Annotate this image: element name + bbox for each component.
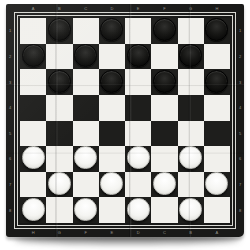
square-c6[interactable]: ⛀	[73, 146, 99, 172]
coordinate-label: F	[73, 230, 99, 235]
coordinate-label: C	[73, 6, 99, 11]
square-b8[interactable]	[46, 197, 72, 223]
square-b7[interactable]: ⛀	[46, 172, 72, 198]
white-checker[interactable]: ⛀	[74, 146, 97, 169]
square-h3[interactable]: ⛂	[204, 69, 230, 95]
square-f7[interactable]: ⛀	[151, 172, 177, 198]
square-c3[interactable]	[73, 69, 99, 95]
coordinate-label: 4	[7, 95, 13, 121]
black-checker[interactable]: ⛂	[153, 70, 176, 93]
square-c2[interactable]: ⛂	[73, 44, 99, 70]
black-checker[interactable]: ⛂	[153, 18, 176, 41]
square-a8[interactable]: ⛀	[20, 197, 46, 223]
square-g1[interactable]	[178, 18, 204, 44]
square-h2[interactable]	[204, 44, 230, 70]
coordinate-label: 8	[237, 197, 243, 223]
square-b6[interactable]	[46, 146, 72, 172]
coordinate-label: D	[99, 6, 125, 11]
board-grid: ⛂⛂⛂⛂⛂⛂⛂⛂⛂⛂⛂⛂⛀⛀⛀⛀⛀⛀⛀⛀⛀⛀⛀⛀	[20, 18, 230, 223]
square-f5[interactable]	[151, 121, 177, 147]
white-checker[interactable]: ⛀	[153, 172, 176, 195]
coordinate-label: 5	[237, 121, 243, 147]
square-f8[interactable]	[151, 197, 177, 223]
coordinate-label: A	[20, 6, 46, 11]
square-d7[interactable]: ⛀	[99, 172, 125, 198]
square-f1[interactable]: ⛂	[151, 18, 177, 44]
coordinate-label: 1	[7, 18, 13, 44]
white-checker[interactable]: ⛀	[22, 198, 45, 221]
square-f3[interactable]: ⛂	[151, 69, 177, 95]
white-checker[interactable]: ⛀	[22, 146, 45, 169]
square-g6[interactable]: ⛀	[178, 146, 204, 172]
square-h5[interactable]	[204, 121, 230, 147]
black-checker[interactable]: ⛂	[100, 70, 123, 93]
square-g5[interactable]	[178, 121, 204, 147]
coordinate-label: E	[99, 230, 125, 235]
square-d8[interactable]	[99, 197, 125, 223]
square-d5[interactable]	[99, 121, 125, 147]
square-b2[interactable]	[46, 44, 72, 70]
coordinate-label: E	[125, 6, 151, 11]
rank-labels-left: 12345678	[7, 18, 13, 223]
black-checker[interactable]: ⛂	[205, 70, 228, 93]
square-a7[interactable]	[20, 172, 46, 198]
square-f6[interactable]	[151, 146, 177, 172]
file-labels-top: ABCDEFGH	[20, 6, 230, 11]
square-e7[interactable]	[125, 172, 151, 198]
black-checker[interactable]: ⛂	[179, 44, 202, 67]
black-checker[interactable]: ⛂	[205, 18, 228, 41]
square-h7[interactable]: ⛀	[204, 172, 230, 198]
square-d3[interactable]: ⛂	[99, 69, 125, 95]
coordinate-label: 6	[237, 146, 243, 172]
square-a4[interactable]	[20, 95, 46, 121]
square-e3[interactable]	[125, 69, 151, 95]
square-h8[interactable]	[204, 197, 230, 223]
black-checker[interactable]: ⛂	[48, 70, 71, 93]
square-g8[interactable]: ⛀	[178, 197, 204, 223]
square-e5[interactable]	[125, 121, 151, 147]
file-labels-bottom: HGFEDCBA	[20, 230, 230, 235]
checkers-mat: ABCDEFGH HGFEDCBA 12345678 12345678 ⛂⛂⛂⛂…	[6, 4, 244, 237]
square-e4[interactable]	[125, 95, 151, 121]
coordinate-label: G	[178, 6, 204, 11]
coordinate-label: 7	[237, 172, 243, 198]
square-e1[interactable]	[125, 18, 151, 44]
square-h6[interactable]	[204, 146, 230, 172]
coordinate-label: G	[46, 230, 72, 235]
white-checker[interactable]: ⛀	[74, 198, 97, 221]
white-checker[interactable]: ⛀	[127, 198, 150, 221]
square-c1[interactable]	[73, 18, 99, 44]
rank-labels-right: 12345678	[237, 18, 243, 223]
square-d2[interactable]	[99, 44, 125, 70]
product-photo: ABCDEFGH HGFEDCBA 12345678 12345678 ⛂⛂⛂⛂…	[0, 0, 250, 250]
square-c5[interactable]	[73, 121, 99, 147]
coordinate-label: 7	[7, 172, 13, 198]
coordinate-label: 3	[237, 69, 243, 95]
coordinate-label: B	[46, 6, 72, 11]
square-h1[interactable]: ⛂	[204, 18, 230, 44]
square-a3[interactable]	[20, 69, 46, 95]
square-a2[interactable]: ⛂	[20, 44, 46, 70]
square-g3[interactable]	[178, 69, 204, 95]
white-checker[interactable]: ⛀	[48, 172, 71, 195]
square-a1[interactable]	[20, 18, 46, 44]
coordinate-label: B	[178, 230, 204, 235]
square-g4[interactable]	[178, 95, 204, 121]
white-checker[interactable]: ⛀	[127, 146, 150, 169]
square-d4[interactable]	[99, 95, 125, 121]
black-checker[interactable]: ⛂	[48, 18, 71, 41]
coordinate-label: C	[151, 230, 177, 235]
coordinate-label: 3	[7, 69, 13, 95]
square-f4[interactable]	[151, 95, 177, 121]
square-b1[interactable]: ⛂	[46, 18, 72, 44]
square-b4[interactable]	[46, 95, 72, 121]
square-h4[interactable]	[204, 95, 230, 121]
square-e6[interactable]: ⛀	[125, 146, 151, 172]
square-d1[interactable]: ⛂	[99, 18, 125, 44]
white-checker[interactable]: ⛀	[179, 198, 202, 221]
coordinate-label: D	[125, 230, 151, 235]
black-checker[interactable]: ⛂	[127, 44, 150, 67]
square-e8[interactable]: ⛀	[125, 197, 151, 223]
square-g2[interactable]: ⛂	[178, 44, 204, 70]
square-a5[interactable]	[20, 121, 46, 147]
coordinate-label: 6	[7, 146, 13, 172]
square-c7[interactable]	[73, 172, 99, 198]
coordinate-label: 8	[7, 197, 13, 223]
white-checker[interactable]: ⛀	[205, 172, 228, 195]
coordinate-label: 5	[7, 121, 13, 147]
coordinate-label: H	[204, 6, 230, 11]
black-checker[interactable]: ⛂	[74, 44, 97, 67]
square-a6[interactable]: ⛀	[20, 146, 46, 172]
square-b3[interactable]: ⛂	[46, 69, 72, 95]
coordinate-label: F	[151, 6, 177, 11]
coordinate-label: 1	[237, 18, 243, 44]
coordinate-label: H	[20, 230, 46, 235]
square-e2[interactable]: ⛂	[125, 44, 151, 70]
square-b5[interactable]	[46, 121, 72, 147]
coordinate-label: A	[204, 230, 230, 235]
square-g7[interactable]	[178, 172, 204, 198]
square-d6[interactable]	[99, 146, 125, 172]
coordinate-label: 2	[7, 44, 13, 70]
square-c8[interactable]: ⛀	[73, 197, 99, 223]
white-checker[interactable]: ⛀	[100, 172, 123, 195]
black-checker[interactable]: ⛂	[22, 44, 45, 67]
square-c4[interactable]	[73, 95, 99, 121]
coordinate-label: 2	[237, 44, 243, 70]
white-checker[interactable]: ⛀	[179, 146, 202, 169]
square-f2[interactable]	[151, 44, 177, 70]
coordinate-label: 4	[237, 95, 243, 121]
black-checker[interactable]: ⛂	[100, 18, 123, 41]
